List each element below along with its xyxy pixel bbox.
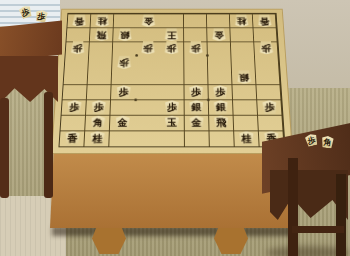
piece-gote-7d: 歩 xyxy=(115,56,133,69)
square-7b: 銀 xyxy=(113,27,137,41)
piece-sente-9g: 歩 xyxy=(65,100,84,114)
piece-gote-7b: 銀 xyxy=(116,28,134,41)
piece-sente-8i: 桂 xyxy=(88,131,107,146)
piece-gote-1c: 歩 xyxy=(257,42,276,55)
square-6c: 歩 xyxy=(137,41,161,55)
square-6a: 金 xyxy=(137,14,160,28)
square-9a: 香 xyxy=(67,14,91,28)
square-5h: 玉 xyxy=(160,115,185,131)
komadai-sente-leg xyxy=(336,174,346,256)
piece-gote-6a: 金 xyxy=(140,14,158,27)
square-2a: 桂 xyxy=(230,14,254,28)
square-5c: 歩 xyxy=(160,41,184,55)
square-8i: 桂 xyxy=(85,131,111,147)
square-5g: 歩 xyxy=(160,100,185,115)
komadai-sente-leg xyxy=(288,158,298,256)
piece-sente-3h: 飛 xyxy=(212,116,231,130)
photo-scene: 香桂金桂香飛銀王金歩歩歩歩歩歩銀歩歩歩歩歩歩銀銀歩角金玉金飛香桂桂香 歩歩 歩角 xyxy=(0,0,350,256)
piece-sente-4h: 金 xyxy=(187,116,206,130)
board-grid: 香桂金桂香飛銀王金歩歩歩歩歩歩銀歩歩歩歩歩歩銀銀歩角金玉金飛香桂桂香 xyxy=(58,13,285,148)
square-7d: 歩 xyxy=(112,55,136,69)
komadai-gote-leg xyxy=(0,98,9,198)
piece-gote-9a: 香 xyxy=(70,14,88,27)
piece-sente-4g: 銀 xyxy=(187,100,206,114)
piece-gote-9c: 歩 xyxy=(68,42,87,55)
square-8a: 桂 xyxy=(91,14,115,28)
piece-gote-1a: 香 xyxy=(255,14,273,27)
piece-gote-8b: 飛 xyxy=(93,28,111,41)
square-2e: 銀 xyxy=(232,70,257,85)
piece-gote-3b: 金 xyxy=(210,28,228,41)
piece-gote-6c: 歩 xyxy=(139,42,157,55)
shogi-board: 香桂金桂香飛銀王金歩歩歩歩歩歩銀歩歩歩歩歩歩銀銀歩角金玉金飛香桂桂香 xyxy=(51,9,293,154)
square-4c: 歩 xyxy=(184,41,208,55)
piece-sente-2i: 桂 xyxy=(237,131,256,146)
square-8g: 歩 xyxy=(86,100,111,115)
piece-sente-3g: 銀 xyxy=(211,100,230,114)
piece-sente-9i: 香 xyxy=(63,131,83,146)
square-4h: 金 xyxy=(184,115,209,131)
komadai-gote: 歩歩 xyxy=(0,20,64,200)
square-7h: 金 xyxy=(110,115,135,131)
komadai-gote-leg xyxy=(44,92,53,198)
piece-sente-7f: 歩 xyxy=(114,85,133,99)
piece-sente-7h: 金 xyxy=(113,116,132,130)
square-8b: 飛 xyxy=(90,27,114,41)
square-2i: 桂 xyxy=(234,131,260,147)
piece-sente-3f: 歩 xyxy=(211,85,230,99)
piece-gote-8a: 桂 xyxy=(94,14,112,27)
piece-gote-5c: 歩 xyxy=(163,42,181,55)
square-3g: 銀 xyxy=(208,100,233,115)
piece-gote-5b: 王 xyxy=(163,28,181,41)
piece-gote-4c: 歩 xyxy=(187,42,205,55)
square-4f: 歩 xyxy=(184,85,208,100)
square-1c: 歩 xyxy=(254,41,278,55)
square-8h: 角 xyxy=(85,115,110,131)
board-surface: 香桂金桂香飛銀王金歩歩歩歩歩歩銀歩歩歩歩歩歩銀銀歩角金玉金飛香桂桂香 xyxy=(51,9,293,154)
square-1a: 香 xyxy=(253,14,277,28)
piece-sente-4f: 歩 xyxy=(187,85,206,99)
piece-sente-1g: 歩 xyxy=(260,100,279,114)
piece-sente-5g: 歩 xyxy=(163,100,182,114)
square-9c: 歩 xyxy=(66,41,90,55)
square-7f: 歩 xyxy=(111,85,136,100)
square-3h: 飛 xyxy=(209,115,234,131)
piece-sente-8g: 歩 xyxy=(89,100,108,114)
square-9g: 歩 xyxy=(62,100,87,115)
board-front-face xyxy=(50,152,295,228)
komadai-sente-stretcher xyxy=(292,226,344,233)
piece-sente-8h: 角 xyxy=(88,116,107,130)
square-3f: 歩 xyxy=(208,85,233,100)
komadai-gote-top xyxy=(0,20,62,61)
piece-gote-2e: 銀 xyxy=(235,71,254,85)
square-4g: 銀 xyxy=(184,100,209,115)
piece-sente-5h: 玉 xyxy=(163,116,182,130)
square-1g: 歩 xyxy=(257,100,282,115)
piece-gote-2a: 桂 xyxy=(232,14,250,27)
square-3b: 金 xyxy=(207,27,231,41)
square-5b: 王 xyxy=(160,27,183,41)
komadai-sente: 歩角 xyxy=(262,118,350,256)
